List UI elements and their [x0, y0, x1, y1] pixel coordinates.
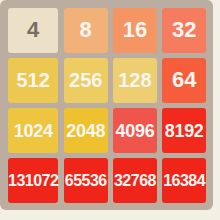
tile-512: 512	[8, 58, 58, 103]
tile-16384: 16384	[162, 158, 206, 203]
tile-32768: 32768	[113, 158, 157, 203]
tile-131072: 131072	[8, 158, 58, 203]
tile-4: 4	[8, 8, 58, 53]
board[interactable]: 4816325122561286410242048409681921310726…	[0, 0, 213, 210]
page-background: 4816325122561286410242048409681921310726…	[0, 0, 220, 220]
tile-1024: 1024	[8, 108, 58, 153]
tile-32: 32	[162, 8, 206, 53]
tile-128: 128	[113, 58, 157, 103]
tile-8192: 8192	[162, 108, 206, 153]
tile-8: 8	[64, 8, 108, 53]
tile-4096: 4096	[113, 108, 157, 153]
tile-16: 16	[113, 8, 157, 53]
tile-64: 64	[162, 58, 206, 103]
tile-65536: 65536	[64, 158, 108, 203]
tile-256: 256	[64, 58, 108, 103]
tile-2048: 2048	[64, 108, 108, 153]
